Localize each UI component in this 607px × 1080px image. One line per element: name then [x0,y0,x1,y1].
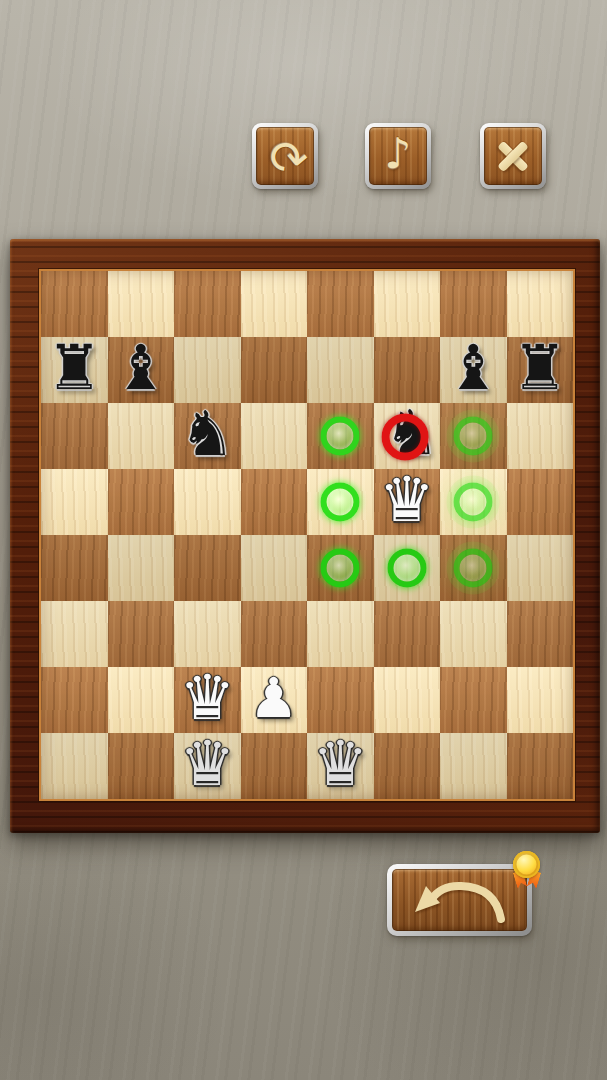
square-h1[interactable] [507,733,574,799]
square-a7[interactable]: ♜ [41,337,108,403]
square-g3[interactable] [440,601,507,667]
chess-board: ♜♝♝♜♞♞♛♛♟♛♛ [41,271,573,799]
square-d1[interactable] [241,733,308,799]
restart-icon: ↻ [255,126,314,186]
square-e4[interactable] [307,535,374,601]
square-h3[interactable] [507,601,574,667]
square-h4[interactable] [507,535,574,601]
square-e6[interactable] [307,403,374,469]
square-b4[interactable] [108,535,175,601]
square-a3[interactable] [41,601,108,667]
square-f2[interactable] [374,667,441,733]
restart-button[interactable]: ↻ [252,123,318,189]
close-button-face [484,127,542,185]
square-d3[interactable] [241,601,308,667]
square-e2[interactable] [307,667,374,733]
app-screen: ↻ ♪ ♜♝♝♜♞♞♛♛♟♛♛ [0,0,607,1080]
square-b1[interactable] [108,733,175,799]
square-b7[interactable]: ♝ [108,337,175,403]
square-d4[interactable] [241,535,308,601]
square-d5[interactable] [241,469,308,535]
move-indicator-f4[interactable] [387,549,426,588]
square-c3[interactable] [174,601,241,667]
sound-button-face: ♪ [369,127,427,185]
white-pawn-d2[interactable]: ♟ [249,665,298,731]
square-e1[interactable]: ♛ [307,733,374,799]
black-bishop-g7[interactable]: ♝ [445,335,501,401]
square-f8[interactable] [374,271,441,337]
move-indicator-g4[interactable] [454,549,493,588]
medal-icon [513,851,540,878]
white-queen-c1[interactable]: ♛ [179,731,235,797]
medal-badge [511,851,543,893]
white-queen-c2[interactable]: ♛ [179,665,235,731]
black-bishop-b7[interactable]: ♝ [113,335,169,401]
square-a1[interactable] [41,733,108,799]
square-a5[interactable] [41,469,108,535]
square-b6[interactable] [108,403,175,469]
board-frame: ♜♝♝♜♞♞♛♛♟♛♛ [10,239,600,833]
square-d6[interactable] [241,403,308,469]
square-a2[interactable] [41,667,108,733]
square-f3[interactable] [374,601,441,667]
square-c5[interactable] [174,469,241,535]
square-d7[interactable] [241,337,308,403]
square-h5[interactable] [507,469,574,535]
square-e8[interactable] [307,271,374,337]
square-a6[interactable] [41,403,108,469]
square-c4[interactable] [174,535,241,601]
square-g8[interactable] [440,271,507,337]
restart-button-face: ↻ [256,127,314,185]
undo-button-face [392,869,527,931]
square-a8[interactable] [41,271,108,337]
square-h6[interactable] [507,403,574,469]
square-a4[interactable] [41,535,108,601]
move-indicator-g5[interactable] [454,483,493,522]
white-queen-f5[interactable]: ♛ [379,467,435,533]
square-g4[interactable] [440,535,507,601]
move-indicator-e6[interactable] [321,417,360,456]
square-h8[interactable] [507,271,574,337]
square-b8[interactable] [108,271,175,337]
square-b5[interactable] [108,469,175,535]
square-b2[interactable] [108,667,175,733]
square-b3[interactable] [108,601,175,667]
square-f4[interactable] [374,535,441,601]
square-f6[interactable]: ♞ [374,403,441,469]
square-d2[interactable]: ♟ [241,667,308,733]
square-d8[interactable] [241,271,308,337]
square-f7[interactable] [374,337,441,403]
square-f1[interactable] [374,733,441,799]
undo-arrow-icon [405,875,515,925]
square-c6[interactable]: ♞ [174,403,241,469]
square-c7[interactable] [174,337,241,403]
undo-button[interactable] [387,864,532,936]
square-e3[interactable] [307,601,374,667]
capture-ring [381,413,428,460]
black-rook-a7[interactable]: ♜ [46,335,102,401]
move-indicator-e5[interactable] [321,483,360,522]
black-knight-c6[interactable]: ♞ [179,401,235,467]
square-c1[interactable]: ♛ [174,733,241,799]
square-c2[interactable]: ♛ [174,667,241,733]
square-g1[interactable] [440,733,507,799]
move-indicator-e4[interactable] [321,549,360,588]
white-queen-e1[interactable]: ♛ [312,731,368,797]
move-indicator-g6[interactable] [454,417,493,456]
square-h7[interactable]: ♜ [507,337,574,403]
square-e7[interactable] [307,337,374,403]
square-f5[interactable]: ♛ [374,469,441,535]
square-g2[interactable] [440,667,507,733]
close-button[interactable] [480,123,546,189]
square-g6[interactable] [440,403,507,469]
square-c8[interactable] [174,271,241,337]
close-icon [492,135,534,177]
board-inner-border: ♜♝♝♜♞♞♛♛♟♛♛ [39,269,575,801]
square-h2[interactable] [507,667,574,733]
black-rook-h7[interactable]: ♜ [512,335,568,401]
square-e5[interactable] [307,469,374,535]
square-g7[interactable]: ♝ [440,337,507,403]
square-g5[interactable] [440,469,507,535]
music-note-icon: ♪ [385,133,412,179]
sound-button[interactable]: ♪ [365,123,431,189]
